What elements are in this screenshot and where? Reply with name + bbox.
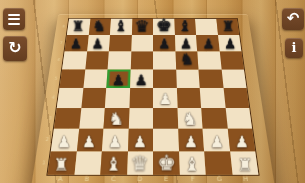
square-h1[interactable]: ♜ <box>229 150 258 174</box>
square-h6[interactable] <box>219 51 244 69</box>
square-e3[interactable] <box>153 107 178 128</box>
hamburger-icon <box>8 14 20 16</box>
black-knight-f6[interactable]: ♞ <box>179 52 193 68</box>
white-bishop-c1[interactable]: ♝ <box>105 155 122 173</box>
black-pawn-e7[interactable]: ♟ <box>157 37 169 51</box>
white-rook-h1[interactable]: ♜ <box>237 156 253 173</box>
black-queen-d8[interactable]: ♛ <box>134 17 149 33</box>
square-g7[interactable]: ♟ <box>196 34 219 51</box>
square-g5[interactable] <box>198 69 223 88</box>
file-labels: ABCDEFGH <box>46 175 259 181</box>
board-3d-tilt: 87654321 ♜♞♝♛♚♝♜♟♟♟♟♟♟♞♟♟♟♞♞♟♟♟♟♟♟♟♜♝♛♚♝… <box>30 14 276 183</box>
square-b7[interactable]: ♟ <box>86 34 109 51</box>
square-h5[interactable] <box>221 69 246 88</box>
rank-label-7: 7 <box>56 34 66 51</box>
square-c1[interactable]: ♝ <box>100 150 127 174</box>
square-h8[interactable]: ♜ <box>215 18 238 34</box>
square-g1[interactable] <box>204 150 232 174</box>
square-d4[interactable] <box>128 87 152 107</box>
board-grid[interactable]: ♜♞♝♛♚♝♜♟♟♟♟♟♟♞♟♟♟♞♞♟♟♟♟♟♟♟♜♝♛♚♝♜ <box>47 18 258 174</box>
black-rook-a8[interactable]: ♜ <box>71 19 84 33</box>
black-king-e8[interactable]: ♚ <box>155 16 171 33</box>
black-pawn-d5[interactable]: ♟ <box>134 72 147 86</box>
square-c7[interactable] <box>108 34 131 51</box>
square-e1[interactable]: ♚ <box>153 150 179 174</box>
file-label-h: H <box>232 175 259 181</box>
square-e6[interactable] <box>153 51 176 69</box>
square-h4[interactable] <box>223 87 249 107</box>
square-e5[interactable] <box>153 69 176 88</box>
white-pawn-b2[interactable]: ♟ <box>82 134 96 150</box>
square-e4[interactable]: ♟ <box>153 87 177 107</box>
square-d2[interactable]: ♟ <box>127 128 153 150</box>
rotate-icon: ↻ <box>8 40 21 56</box>
white-pawn-f2[interactable]: ♟ <box>184 134 198 150</box>
square-f4[interactable] <box>176 87 201 107</box>
hamburger-icon <box>8 18 20 20</box>
square-a8[interactable]: ♜ <box>66 18 89 34</box>
square-a6[interactable] <box>62 51 87 69</box>
square-d8[interactable]: ♛ <box>131 18 153 34</box>
info-button[interactable]: i <box>285 38 303 58</box>
square-e2[interactable] <box>153 128 179 150</box>
square-f6[interactable]: ♞ <box>175 51 198 69</box>
square-b8[interactable]: ♞ <box>88 18 111 34</box>
square-h3[interactable] <box>225 107 252 128</box>
square-c8[interactable]: ♝ <box>109 18 131 34</box>
black-pawn-g7[interactable]: ♟ <box>202 37 214 51</box>
square-g6[interactable] <box>197 51 221 69</box>
square-c2[interactable]: ♟ <box>101 128 127 150</box>
square-a2[interactable]: ♟ <box>50 128 78 150</box>
black-pawn-b7[interactable]: ♟ <box>91 37 103 51</box>
square-f3[interactable]: ♞ <box>177 107 202 128</box>
square-f1[interactable]: ♝ <box>178 150 205 174</box>
chess-app-screen: ↻ ↶ i 87654321 ♜♞♝♛♚♝♜♟♟♟♟♟♟♞♟♟♟♞♞♟♟♟♟♟♟… <box>0 0 305 183</box>
file-label-c: C <box>99 175 126 181</box>
black-pawn-c5[interactable]: ♟ <box>111 72 124 86</box>
square-d6[interactable] <box>130 51 153 69</box>
file-label-e: E <box>153 175 180 181</box>
square-d7[interactable] <box>130 34 152 51</box>
square-a3[interactable] <box>53 107 80 128</box>
square-g8[interactable] <box>194 18 217 34</box>
white-bishop-f1[interactable]: ♝ <box>184 155 201 173</box>
black-rook-h8[interactable]: ♜ <box>221 19 234 33</box>
black-bishop-c8[interactable]: ♝ <box>113 18 127 33</box>
file-label-g: G <box>205 175 232 181</box>
square-b5[interactable] <box>82 69 107 88</box>
square-c5[interactable]: ♟ <box>106 69 130 88</box>
square-a4[interactable] <box>56 87 82 107</box>
square-e7[interactable]: ♟ <box>153 34 175 51</box>
info-icon: i <box>292 41 297 54</box>
white-pawn-a2[interactable]: ♟ <box>56 134 70 150</box>
square-a7[interactable]: ♟ <box>64 34 88 51</box>
rank-label-6: 6 <box>53 51 63 69</box>
white-rook-a1[interactable]: ♜ <box>53 156 69 173</box>
square-a1[interactable]: ♜ <box>47 150 76 174</box>
file-label-b: B <box>73 175 100 181</box>
white-knight-c3[interactable]: ♞ <box>108 110 124 127</box>
white-pawn-h2[interactable]: ♟ <box>235 134 249 150</box>
square-f5[interactable] <box>175 69 199 88</box>
board-frame: 87654321 ♜♞♝♛♚♝♜♟♟♟♟♟♟♞♟♟♟♞♞♟♟♟♟♟♟♟♜♝♛♚♝… <box>30 14 276 183</box>
square-b2[interactable]: ♟ <box>76 128 103 150</box>
white-pawn-e4[interactable]: ♟ <box>158 92 171 107</box>
square-d3[interactable] <box>128 107 153 128</box>
rank-label-8: 8 <box>58 18 68 34</box>
square-d1[interactable]: ♛ <box>126 150 152 174</box>
hamburger-icon <box>8 23 20 25</box>
square-c3[interactable]: ♞ <box>103 107 128 128</box>
menu-button[interactable] <box>3 8 25 30</box>
square-b3[interactable] <box>78 107 104 128</box>
white-pawn-g2[interactable]: ♟ <box>209 134 223 150</box>
black-pawn-f7[interactable]: ♟ <box>180 37 192 51</box>
rotate-board-button[interactable]: ↻ <box>3 36 27 61</box>
square-c6[interactable] <box>107 51 130 69</box>
square-f2[interactable]: ♟ <box>177 128 203 150</box>
square-b4[interactable] <box>80 87 105 107</box>
file-label-a: A <box>46 175 73 181</box>
square-b6[interactable] <box>84 51 108 69</box>
file-label-d: D <box>126 175 153 181</box>
black-pawn-a7[interactable]: ♟ <box>69 37 81 51</box>
square-h2[interactable]: ♟ <box>227 128 255 150</box>
square-b1[interactable] <box>73 150 101 174</box>
black-knight-b8[interactable]: ♞ <box>92 18 106 33</box>
white-pawn-d2[interactable]: ♟ <box>133 134 147 150</box>
white-queen-d1[interactable]: ♛ <box>130 153 148 173</box>
undo-button[interactable]: ↶ <box>282 8 304 30</box>
square-c4[interactable] <box>104 87 129 107</box>
square-g3[interactable] <box>201 107 227 128</box>
square-e8[interactable]: ♚ <box>153 18 175 34</box>
white-king-e1[interactable]: ♚ <box>156 152 175 173</box>
square-a5[interactable] <box>59 69 84 88</box>
square-h7[interactable]: ♟ <box>217 34 241 51</box>
undo-icon: ↶ <box>287 11 300 26</box>
white-knight-f3[interactable]: ♞ <box>182 110 198 127</box>
black-pawn-h7[interactable]: ♟ <box>224 37 236 51</box>
file-label-f: F <box>179 175 206 181</box>
square-f7[interactable]: ♟ <box>174 34 197 51</box>
square-g4[interactable] <box>199 87 224 107</box>
square-d5[interactable]: ♟ <box>129 69 152 88</box>
square-f8[interactable]: ♝ <box>173 18 195 34</box>
white-pawn-c2[interactable]: ♟ <box>107 134 121 150</box>
black-bishop-f8[interactable]: ♝ <box>178 18 192 33</box>
square-g2[interactable]: ♟ <box>202 128 229 150</box>
